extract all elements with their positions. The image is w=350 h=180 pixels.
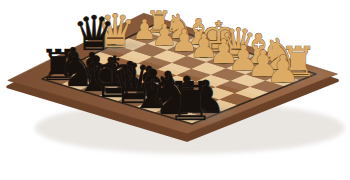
piece-black-rook-a8: ♜ — [166, 70, 222, 133]
piece-black-rook-a8-glyph: ♜ — [166, 70, 214, 133]
chess-board-scene: ♜♞♟♝♟♛♛♚♟♛♟♝♟♞♟♟♜♟♟♜♟♟♞♟♝♟♚♟♛♟♝♟♞♜ — [0, 0, 350, 180]
piece-white-pawn-a2: ♟ — [266, 47, 306, 91]
piece-white-pawn-a2-glyph: ♟ — [266, 47, 300, 91]
chess-set-photo: ♜♞♟♝♟♛♛♚♟♛♟♝♟♞♟♟♜♟♟♜♟♟♞♟♝♟♚♟♛♟♝♟♞♜ — [0, 0, 350, 180]
